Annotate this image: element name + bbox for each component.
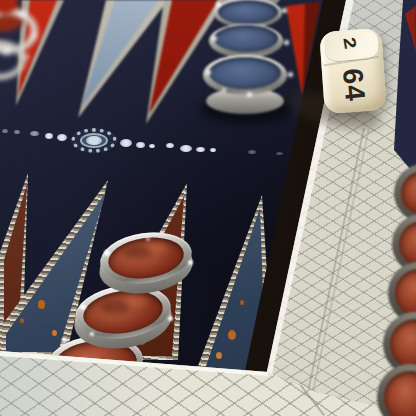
backgammon-board-photo: 2 64 xyxy=(0,0,416,416)
specular-highlight xyxy=(80,304,86,310)
red-checker-stack-near[interactable] xyxy=(0,0,416,416)
marble-swirl xyxy=(146,243,168,252)
marble-swirl xyxy=(124,296,148,306)
specular-highlight xyxy=(104,250,110,256)
specular-highlight xyxy=(168,316,173,321)
specular-highlight xyxy=(188,260,193,265)
specular-highlight xyxy=(90,332,94,336)
specular-highlight xyxy=(146,237,150,241)
